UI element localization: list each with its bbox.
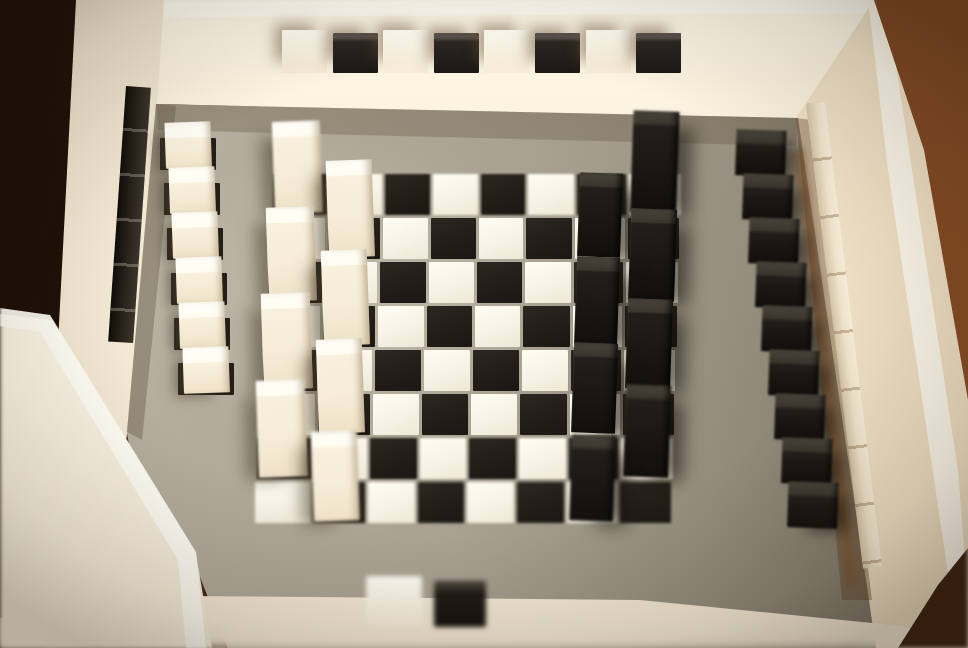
frieze-tile-6-dark[interactable]	[535, 33, 580, 73]
white-tray-cube-2[interactable]	[168, 166, 216, 214]
square-a1[interactable]	[273, 174, 327, 215]
square-a7[interactable]	[577, 174, 626, 215]
square-h8[interactable]	[620, 482, 671, 523]
white-tray-base-tile	[171, 273, 227, 305]
white-block-b2[interactable]	[326, 159, 375, 258]
black-tray-cube-1[interactable]	[735, 129, 787, 177]
black-tray-cube-8[interactable]	[781, 437, 833, 485]
black-tray-cube-9[interactable]	[787, 481, 839, 529]
white-tray-base-tile	[160, 138, 216, 170]
square-b8[interactable]	[628, 218, 680, 259]
frieze-tile-2-dark[interactable]	[333, 33, 378, 73]
white-tray-base-tile	[167, 228, 223, 260]
white-block-d2[interactable]	[321, 249, 370, 346]
black-tray-cube-5[interactable]	[761, 305, 813, 353]
square-b6[interactable]	[526, 218, 572, 259]
frieze-tile-8-dark[interactable]	[636, 33, 681, 73]
white-tray-cube-5[interactable]	[178, 301, 226, 349]
square-d1[interactable]	[265, 306, 319, 347]
square-d2[interactable]	[323, 306, 375, 347]
frieze-tile-3-light[interactable]	[383, 30, 428, 73]
square-d8[interactable]	[625, 306, 677, 347]
square-d7[interactable]	[573, 306, 622, 347]
square-a5[interactable]	[481, 174, 525, 215]
black-tray-cube-6[interactable]	[768, 349, 820, 397]
square-f2[interactable]	[318, 394, 370, 435]
square-f6[interactable]	[520, 394, 567, 435]
frieze-tile-1-light[interactable]	[282, 30, 327, 73]
white-tray-cube-6[interactable]	[182, 346, 230, 394]
black-block-b7[interactable]	[577, 172, 623, 257]
white-tray-base-tile	[164, 183, 220, 215]
square-c3[interactable]	[380, 262, 426, 303]
square-b1[interactable]	[271, 218, 325, 259]
square-b4[interactable]	[431, 218, 476, 259]
square-c6[interactable]	[525, 262, 571, 303]
black-block-a8[interactable]	[630, 110, 679, 214]
black-block-d7[interactable]	[574, 256, 620, 345]
frieze-tile-5-light[interactable]	[484, 30, 529, 73]
square-h1[interactable]	[255, 482, 310, 523]
white-tray-base-tile	[178, 363, 234, 395]
square-a6[interactable]	[528, 174, 574, 215]
square-h7[interactable]	[567, 482, 617, 523]
white-tray-cube-1[interactable]	[164, 121, 212, 169]
white-block-e1[interactable]	[261, 292, 313, 390]
black-tray-cube-4[interactable]	[755, 261, 807, 309]
white-block-g1[interactable]	[256, 379, 308, 478]
square-c7[interactable]	[574, 262, 623, 303]
square-h2[interactable]	[313, 482, 365, 523]
square-e5[interactable]	[473, 350, 519, 391]
square-f5[interactable]	[471, 394, 517, 435]
white-tray-cube-4[interactable]	[175, 256, 223, 304]
black-block-g8[interactable]	[623, 384, 671, 478]
frieze-tile-7-light[interactable]	[586, 30, 631, 73]
square-e8[interactable]	[624, 350, 675, 391]
square-b3[interactable]	[383, 218, 428, 259]
square-g8[interactable]	[621, 438, 672, 479]
black-tray-cube-2[interactable]	[742, 173, 794, 221]
frieze-tile-4-dark[interactable]	[434, 33, 479, 73]
square-g1[interactable]	[257, 438, 312, 479]
black-block-e8[interactable]	[625, 298, 674, 390]
front-floor-cube-dark[interactable]	[434, 581, 486, 627]
square-d6[interactable]	[523, 306, 569, 347]
square-c4[interactable]	[429, 262, 474, 303]
square-f7[interactable]	[570, 394, 620, 435]
square-f3[interactable]	[373, 394, 419, 435]
square-b5[interactable]	[479, 218, 524, 259]
white-tray-base-tile	[174, 318, 230, 350]
black-block-c8[interactable]	[628, 208, 677, 302]
square-g3[interactable]	[370, 438, 417, 479]
square-d4[interactable]	[427, 306, 472, 347]
square-a3[interactable]	[385, 174, 430, 215]
square-g5[interactable]	[469, 438, 515, 479]
square-e7[interactable]	[571, 350, 621, 391]
front-floor-tile-light[interactable]	[366, 576, 422, 626]
square-f8[interactable]	[623, 394, 674, 435]
square-f4[interactable]	[422, 394, 468, 435]
black-tray-cube-7[interactable]	[774, 393, 826, 441]
square-c5[interactable]	[477, 262, 522, 303]
white-tray-cube-3[interactable]	[171, 211, 219, 259]
white-block-a1[interactable]	[271, 120, 322, 214]
square-g6[interactable]	[519, 438, 566, 479]
square-f1[interactable]	[260, 394, 315, 435]
square-c1[interactable]	[268, 262, 322, 303]
square-a2[interactable]	[330, 174, 382, 215]
square-b2[interactable]	[328, 218, 380, 259]
square-a8[interactable]	[629, 174, 681, 215]
square-g7[interactable]	[569, 438, 619, 479]
square-h3[interactable]	[368, 482, 415, 523]
square-h4[interactable]	[418, 482, 465, 523]
square-e2[interactable]	[320, 350, 372, 391]
square-e1[interactable]	[263, 350, 318, 391]
black-block-f7[interactable]	[571, 342, 618, 433]
black-tray-cube-3[interactable]	[748, 217, 800, 265]
white-block-f2[interactable]	[316, 338, 365, 434]
square-g4[interactable]	[420, 438, 466, 479]
square-e3[interactable]	[375, 350, 421, 391]
black-block-h7[interactable]	[569, 434, 616, 521]
square-e6[interactable]	[522, 350, 569, 391]
square-e4[interactable]	[424, 350, 470, 391]
square-c8[interactable]	[626, 262, 678, 303]
white-block-h2[interactable]	[311, 430, 360, 522]
square-h5[interactable]	[467, 482, 514, 523]
square-h6[interactable]	[517, 482, 564, 523]
left-wall-leaning-dark-tiles[interactable]	[108, 86, 151, 343]
square-b7[interactable]	[575, 218, 624, 259]
square-d5[interactable]	[475, 306, 520, 347]
square-a4[interactable]	[433, 174, 477, 215]
square-d3[interactable]	[378, 306, 424, 347]
model-room-scene	[0, 0, 968, 648]
square-g2[interactable]	[315, 438, 367, 479]
square-c2[interactable]	[325, 262, 377, 303]
white-block-c1[interactable]	[266, 206, 318, 302]
